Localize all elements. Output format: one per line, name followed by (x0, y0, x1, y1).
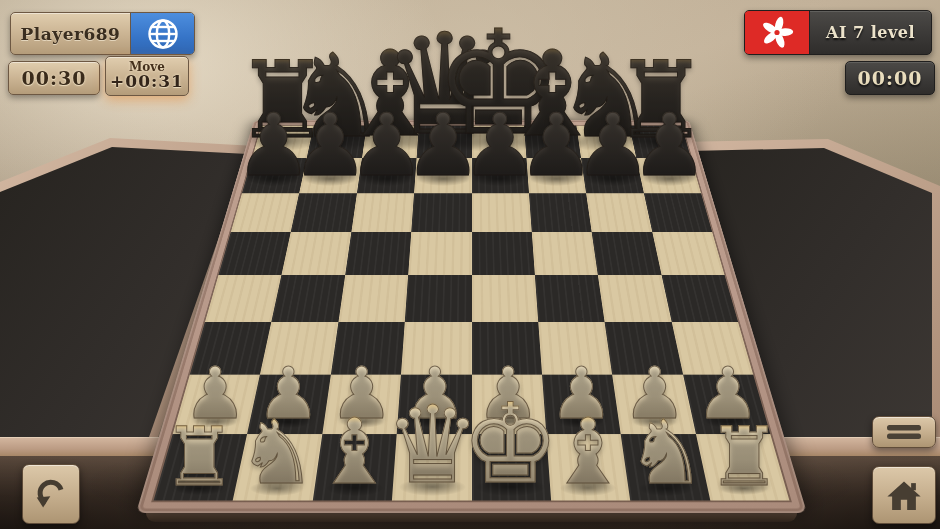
white-player-name: Player689 (11, 13, 130, 54)
hong-kong-flag (745, 11, 810, 54)
piece-white-bishop-f1[interactable]: ♝ (543, 407, 633, 497)
move-increment-value: +00:31 (110, 73, 184, 91)
piece-white-knight-b1[interactable]: ♞ (233, 409, 321, 497)
home-button[interactable] (872, 466, 936, 524)
white-clock: 00:30 (8, 61, 100, 95)
menu-button[interactable] (872, 416, 936, 448)
piece-white-rook-h1[interactable]: ♜ (703, 416, 784, 497)
black-clock: 00:00 (845, 61, 935, 95)
black-player-panel: AI 7 level (744, 10, 932, 55)
globe-icon (144, 15, 182, 53)
game-root: { "game": "chess", "app_title": "Real Ch… (0, 0, 940, 529)
piece-white-rook-a1[interactable]: ♜ (158, 416, 239, 497)
home-icon (885, 476, 923, 514)
hong-kong-flag-icon (745, 12, 809, 53)
black-player-name: AI 7 level (810, 11, 931, 54)
move-increment-panel: Move +00:31 (105, 56, 189, 96)
piece-white-knight-g1[interactable]: ♞ (622, 409, 710, 497)
undo-arrow-icon (31, 474, 71, 514)
piece-black-pawn-h7[interactable]: ♟ (626, 102, 712, 188)
globe-button[interactable] (130, 13, 194, 54)
menu-bars-icon (885, 423, 923, 441)
white-player-panel: Player689 (10, 12, 195, 55)
undo-button[interactable] (22, 464, 80, 524)
